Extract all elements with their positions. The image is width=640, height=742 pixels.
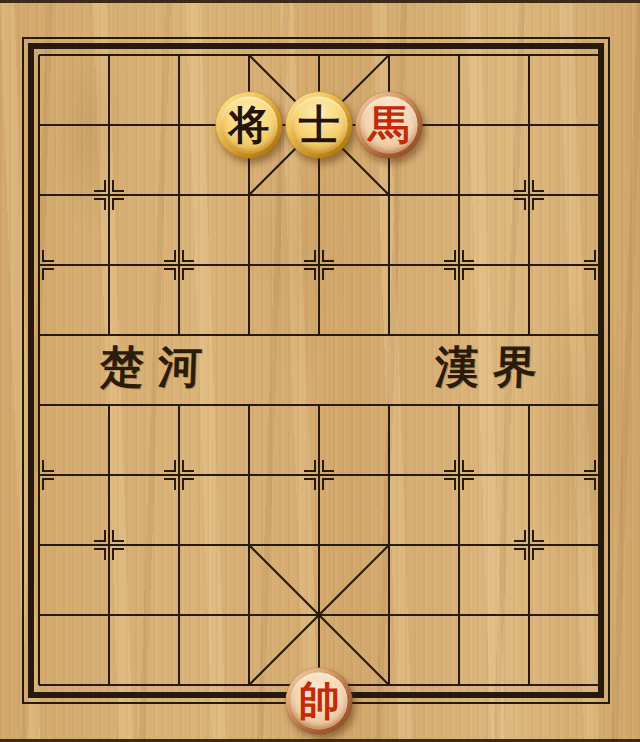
piece-black-advisor[interactable]: 士 [286,92,353,159]
river-label-chu-he: 楚河 [99,338,217,397]
river-label-han-jie: 漢界 [434,338,552,397]
piece-black-general[interactable]: 将 [216,92,283,159]
piece-glyph-red-general: 帥 [291,673,348,730]
piece-glyph-black-advisor: 士 [291,97,348,154]
piece-red-general[interactable]: 帥 [286,668,353,735]
xiangqi-board-screen: 楚河 漢界 将士馬帥 [0,0,640,742]
piece-glyph-red-horse: 馬 [361,97,418,154]
piece-red-horse[interactable]: 馬 [356,92,423,159]
piece-glyph-black-general: 将 [221,97,278,154]
